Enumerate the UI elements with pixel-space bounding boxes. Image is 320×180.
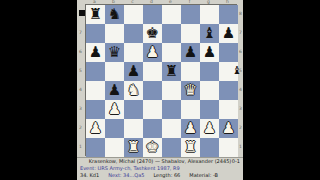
square-b3[interactable]: ♟ <box>105 100 124 119</box>
piece-black-pawn[interactable]: ♟ <box>200 43 219 62</box>
square-g5[interactable] <box>200 62 219 81</box>
material-bishop-icon: ♝ <box>232 65 242 77</box>
event-line: Event: URS Army-ch, Tashkent 1987, R9 <box>77 165 243 172</box>
square-a4[interactable] <box>86 81 105 100</box>
square-h2[interactable]: ♟ <box>219 119 238 138</box>
rank-label: 1 <box>79 137 82 156</box>
piece-black-pawn[interactable]: ♟ <box>219 24 238 43</box>
piece-black-pawn[interactable]: ♟ <box>86 43 105 62</box>
square-c2[interactable] <box>124 119 143 138</box>
piece-black-bishop[interactable]: ♝ <box>200 24 219 43</box>
piece-black-queen[interactable]: ♛ <box>105 43 124 62</box>
piece-white-rook[interactable]: ♜ <box>124 138 143 157</box>
rank-label: 2 <box>79 118 82 137</box>
piece-black-rook[interactable]: ♜ <box>162 62 181 81</box>
square-b5[interactable] <box>105 62 124 81</box>
piece-black-knight[interactable]: ♞ <box>105 5 124 24</box>
square-d8[interactable] <box>143 5 162 24</box>
square-f2[interactable]: ♟ <box>181 119 200 138</box>
square-c5[interactable]: ♟ <box>124 62 143 81</box>
players-line: Krasenkow, Michal (2470) — Shabalov, Ale… <box>77 158 243 165</box>
rank-label: 7 <box>239 23 242 42</box>
square-f6[interactable]: ♟ <box>181 43 200 62</box>
square-g7[interactable]: ♝ <box>200 24 219 43</box>
piece-white-queen[interactable]: ♛ <box>181 81 200 100</box>
rank-label: 8 <box>239 4 242 23</box>
square-e5[interactable]: ♜ <box>162 62 181 81</box>
square-h6[interactable] <box>219 43 238 62</box>
piece-black-king[interactable]: ♚ <box>143 24 162 43</box>
piece-white-pawn[interactable]: ♟ <box>200 119 219 138</box>
rank-label: 7 <box>79 23 82 42</box>
white-player-name: Krasenkow, Michal (2470) <box>89 158 154 164</box>
square-a1[interactable] <box>86 138 105 157</box>
square-f8[interactable] <box>181 5 200 24</box>
piece-white-pawn[interactable]: ♟ <box>219 119 238 138</box>
rank-label: 6 <box>239 42 242 61</box>
piece-white-king[interactable]: ♚ <box>143 138 162 157</box>
piece-white-knight[interactable]: ♞ <box>124 81 143 100</box>
square-g1[interactable] <box>200 138 219 157</box>
square-e7[interactable] <box>162 24 181 43</box>
chess-board[interactable]: ♜♞♚♝♟♟♛♟♟♟♟♜♟♞♛♟♟♟♟♟♜♚♜ <box>85 4 237 156</box>
square-h3[interactable] <box>219 100 238 119</box>
square-d7[interactable]: ♚ <box>143 24 162 43</box>
chess-viewer-frame: abcdefgh abcdefgh 87654321 87654321 ♜♞♚♝… <box>77 0 243 180</box>
square-d4[interactable] <box>143 81 162 100</box>
rank-label: 6 <box>79 42 82 61</box>
piece-black-pawn[interactable]: ♟ <box>105 81 124 100</box>
square-b2[interactable] <box>105 119 124 138</box>
square-e1[interactable] <box>162 138 181 157</box>
square-h8[interactable] <box>219 5 238 24</box>
game-result: 0-1 <box>232 158 240 165</box>
square-e6[interactable] <box>162 43 181 62</box>
last-move: 34. Kd1 <box>80 172 99 179</box>
square-d3[interactable] <box>143 100 162 119</box>
rank-labels-right: 87654321 <box>239 4 242 156</box>
square-b6[interactable]: ♛ <box>105 43 124 62</box>
square-g3[interactable] <box>200 100 219 119</box>
next-move: Next: 34...Qa5 <box>108 172 144 179</box>
square-c1[interactable]: ♜ <box>124 138 143 157</box>
piece-black-pawn[interactable]: ♟ <box>181 43 200 62</box>
square-c4[interactable]: ♞ <box>124 81 143 100</box>
square-a3[interactable] <box>86 100 105 119</box>
piece-white-pawn[interactable]: ♟ <box>105 100 124 119</box>
square-a7[interactable] <box>86 24 105 43</box>
square-c8[interactable] <box>124 5 143 24</box>
square-g2[interactable]: ♟ <box>200 119 219 138</box>
square-a5[interactable] <box>86 62 105 81</box>
status-bar: Krasenkow, Michal (2470) — Shabalov, Ale… <box>77 157 243 180</box>
square-h7[interactable]: ♟ <box>219 24 238 43</box>
rank-label: 3 <box>79 99 82 118</box>
square-f7[interactable] <box>181 24 200 43</box>
material-balance: Material: -B <box>189 172 218 179</box>
square-e2[interactable] <box>162 119 181 138</box>
piece-white-pawn[interactable]: ♟ <box>143 43 162 62</box>
square-g6[interactable]: ♟ <box>200 43 219 62</box>
rank-label: 2 <box>239 118 242 137</box>
square-d6[interactable]: ♟ <box>143 43 162 62</box>
rank-label: 5 <box>79 61 82 80</box>
square-a8[interactable]: ♜ <box>86 5 105 24</box>
square-d5[interactable] <box>143 62 162 81</box>
square-f1[interactable]: ♜ <box>181 138 200 157</box>
square-g8[interactable] <box>200 5 219 24</box>
square-b7[interactable] <box>105 24 124 43</box>
square-e4[interactable] <box>162 81 181 100</box>
square-b8[interactable]: ♞ <box>105 5 124 24</box>
square-b1[interactable] <box>105 138 124 157</box>
square-c3[interactable] <box>124 100 143 119</box>
square-d2[interactable] <box>143 119 162 138</box>
piece-white-pawn[interactable]: ♟ <box>86 119 105 138</box>
players-separator: — <box>155 158 160 164</box>
piece-black-rook[interactable]: ♜ <box>86 5 105 24</box>
square-a2[interactable]: ♟ <box>86 119 105 138</box>
rank-labels-left: 87654321 <box>79 4 82 156</box>
rank-label: 3 <box>239 99 242 118</box>
square-c6[interactable] <box>124 43 143 62</box>
black-player-name: Shabalov, Alexander (2445) <box>162 158 232 164</box>
rank-label: 1 <box>239 137 242 156</box>
game-length: Length: 66 <box>153 172 180 179</box>
rank-label: 4 <box>239 80 242 99</box>
square-b4[interactable]: ♟ <box>105 81 124 100</box>
piece-white-rook[interactable]: ♜ <box>181 138 200 157</box>
move-info-line: 34. Kd1 Next: 34...Qa5 Length: 66 Materi… <box>77 172 243 179</box>
square-f5[interactable] <box>181 62 200 81</box>
square-f4[interactable]: ♛ <box>181 81 200 100</box>
square-e8[interactable] <box>162 5 181 24</box>
square-g4[interactable] <box>200 81 219 100</box>
square-h1[interactable] <box>219 138 238 157</box>
square-h4[interactable] <box>219 81 238 100</box>
square-c7[interactable] <box>124 24 143 43</box>
square-f3[interactable] <box>181 100 200 119</box>
square-d1[interactable]: ♚ <box>143 138 162 157</box>
square-a6[interactable]: ♟ <box>86 43 105 62</box>
rank-label: 4 <box>79 80 82 99</box>
square-e3[interactable] <box>162 100 181 119</box>
piece-black-pawn[interactable]: ♟ <box>124 62 143 81</box>
piece-white-pawn[interactable]: ♟ <box>181 119 200 138</box>
